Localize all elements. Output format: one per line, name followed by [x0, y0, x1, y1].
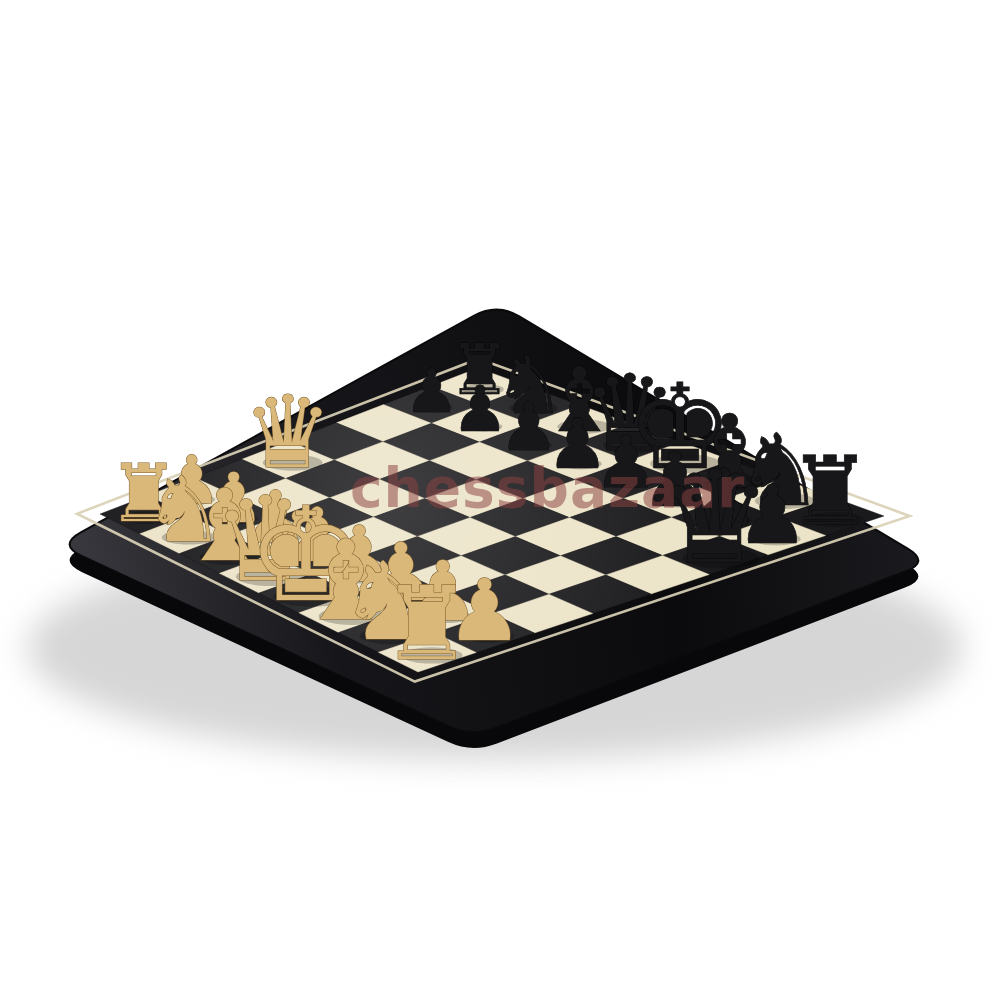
chessboard: ♜♟♞♟♝♛♟♛♚♟♝♟♟♞♟♜♟♜♟♞♟♟♝♟♛♛♟♚♟♝♟♞♟♜	[0, 0, 1000, 1000]
piece-white-rook-h1: ♜	[381, 565, 472, 683]
piece-black-queen-h6: ♛	[657, 443, 772, 592]
chess-set-product-photo: ♜♟♞♟♝♛♟♛♚♟♝♟♟♞♟♜♟♜♟♞♟♟♝♟♛♛♟♚♟♝♟♞♟♜ chess…	[0, 0, 1000, 1000]
piece-black-pawn-a7: ♟	[404, 356, 458, 426]
